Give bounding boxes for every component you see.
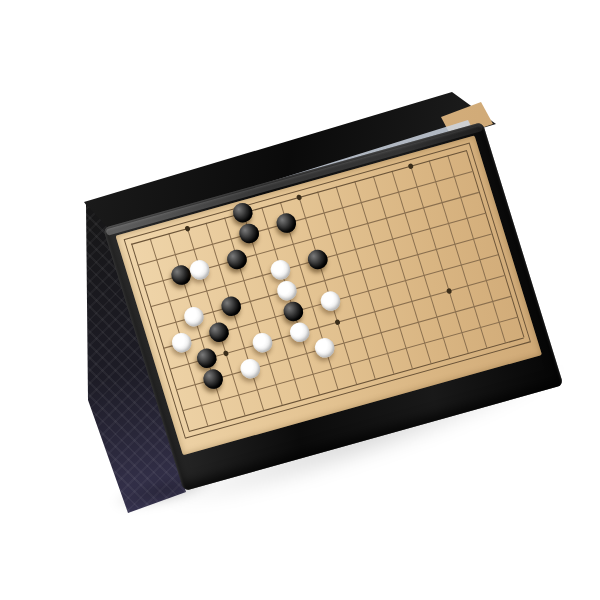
- stone-black: [207, 321, 231, 344]
- stone-white: [250, 331, 274, 354]
- grid-line-horizontal: [182, 316, 517, 411]
- stone-white: [313, 336, 337, 359]
- stone-white: [170, 331, 194, 354]
- stone-white: [182, 305, 206, 328]
- stone-black: [306, 248, 330, 271]
- product-photo: [0, 0, 600, 600]
- stone-black: [201, 367, 225, 390]
- grid-line-horizontal: [157, 233, 492, 328]
- stone-black: [274, 211, 298, 234]
- stone-black: [281, 300, 305, 323]
- stone-white: [275, 279, 299, 302]
- stone-white: [318, 289, 342, 312]
- stone-white: [238, 357, 262, 380]
- stone-black: [231, 201, 255, 224]
- stone-white: [268, 258, 292, 281]
- stone-black: [219, 295, 243, 318]
- stone-white: [188, 258, 212, 281]
- stone-black: [237, 222, 261, 245]
- stone-black: [225, 248, 249, 271]
- stone-white: [288, 321, 312, 344]
- stone-black: [195, 347, 219, 370]
